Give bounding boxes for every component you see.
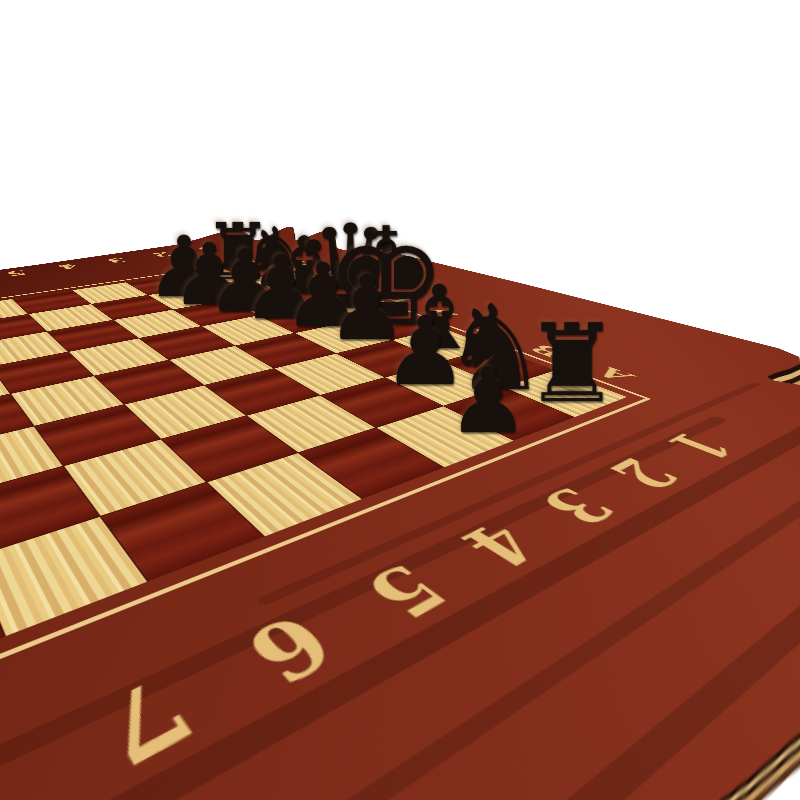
piece-rook-a1: ♜ bbox=[524, 310, 621, 418]
pieces-overlay: ♜♞♝♟♟♟♛♟♚♟♟♝♟♞♜♟ bbox=[0, 0, 800, 800]
piece-pawn-a2: ♟ bbox=[448, 356, 529, 446]
chessboard-photo-scene: 1122334455667788AABBCCDDEEFFGGHH♜♞♝♟♟♟♛♟… bbox=[0, 0, 800, 800]
